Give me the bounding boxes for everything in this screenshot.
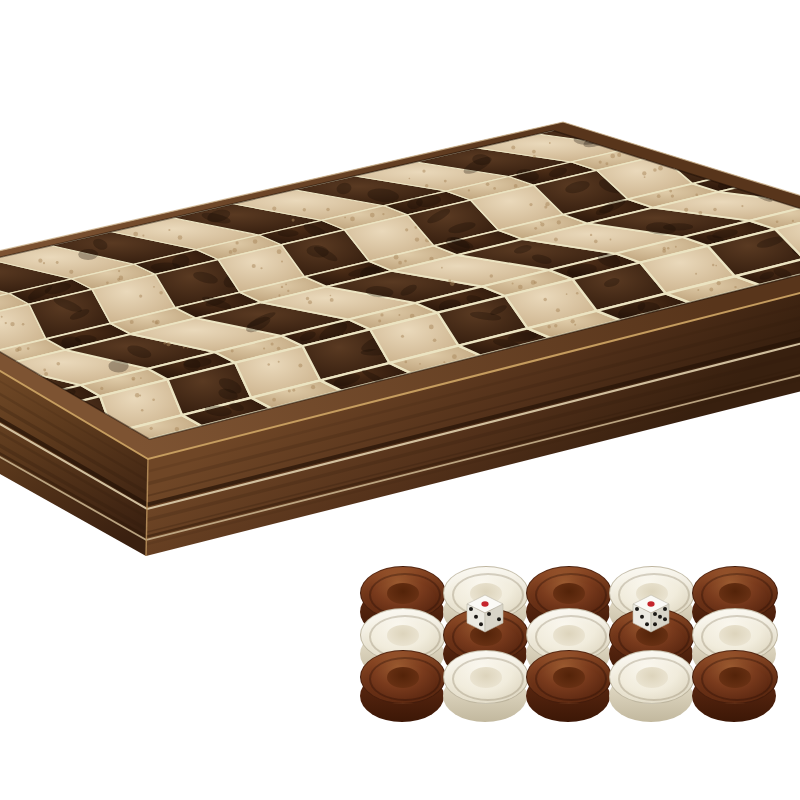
burl-speckle	[133, 232, 138, 237]
inlay-tile-light	[723, 126, 800, 168]
burl-speckle	[425, 184, 428, 187]
checker-center-dimple	[387, 667, 419, 688]
burl-swirl	[668, 135, 698, 144]
burl-speckle	[159, 291, 163, 295]
die-top-pip-red	[481, 601, 488, 607]
burl-speckle	[684, 208, 688, 212]
burl-speckle	[667, 247, 669, 249]
burl-speckle	[404, 260, 407, 263]
burl-speckle	[401, 335, 404, 338]
burl-speckle	[610, 239, 612, 241]
checker-white	[443, 650, 527, 722]
burl-speckle	[175, 427, 179, 431]
burl-speckle	[785, 137, 788, 140]
burl-speckle	[419, 363, 421, 365]
die-pip	[640, 615, 644, 619]
burl-speckle	[493, 187, 496, 190]
tray-cell	[443, 650, 526, 692]
burl-speckle	[717, 281, 721, 285]
burl-speckle	[468, 189, 470, 191]
burl-speckle	[788, 161, 791, 164]
burl-speckle	[69, 270, 73, 274]
burl-speckle	[741, 205, 743, 207]
burl-speckle	[267, 363, 270, 366]
burl-speckle	[514, 184, 518, 188]
burl-speckle	[571, 319, 575, 323]
burl-speckle	[761, 122, 765, 126]
burl-speckle	[658, 166, 663, 171]
burl-speckle	[533, 155, 536, 158]
tray-cell	[526, 566, 609, 608]
burl-speckle	[378, 320, 381, 323]
burl-speckle	[281, 286, 283, 288]
burl-speckle	[271, 342, 274, 345]
die-pip	[653, 622, 657, 626]
burl-speckle	[622, 120, 624, 122]
burl-speckle	[233, 248, 237, 252]
burl-speckle	[278, 294, 280, 296]
burl-speckle	[605, 162, 608, 165]
burl-speckle	[780, 138, 783, 141]
burl-speckle	[554, 324, 557, 327]
burl-speckle	[433, 339, 437, 343]
burl-speckle	[56, 261, 59, 264]
die-pip	[653, 612, 657, 616]
burl-speckle	[141, 409, 144, 412]
burl-speckle	[117, 278, 120, 281]
burl-speckle	[142, 235, 144, 237]
burl-speckle	[344, 217, 346, 219]
burl-speckle	[292, 389, 295, 392]
burl-speckle	[135, 393, 140, 398]
burl-speckle	[306, 297, 309, 300]
burl-speckle	[154, 321, 157, 324]
die-2	[632, 593, 670, 637]
burl-speckle	[657, 194, 661, 198]
checker-face	[526, 650, 612, 704]
tray-cell	[360, 608, 443, 650]
die-pip	[663, 617, 667, 621]
burl-speckle	[532, 150, 536, 154]
burl-speckle	[43, 262, 45, 264]
burl-speckle	[394, 255, 399, 260]
burl-speckle	[617, 153, 621, 157]
checker-brown	[692, 650, 776, 722]
inlay-tile-light	[784, 160, 800, 188]
burl-speckle	[671, 194, 674, 197]
burl-speckle	[229, 250, 233, 254]
burl-speckle	[490, 274, 494, 278]
burl-speckle	[735, 134, 737, 136]
tray-cell	[692, 566, 775, 608]
burl-speckle	[790, 163, 793, 166]
burl-speckle	[642, 171, 646, 175]
tray-cell	[692, 608, 775, 650]
die-pip	[469, 607, 473, 611]
burl-speckle	[669, 190, 672, 193]
burl-speckle	[298, 364, 302, 368]
burl-speckle	[787, 149, 790, 152]
burl-speckle	[534, 227, 537, 230]
checker-center-dimple	[387, 625, 419, 646]
checker-center-dimple	[553, 667, 585, 688]
burl-speckle	[675, 246, 677, 248]
die-pip	[658, 615, 662, 619]
burl-speckle	[599, 161, 602, 164]
burl-speckle	[380, 313, 383, 316]
checker-face	[609, 650, 695, 704]
burl-speckle	[38, 259, 42, 263]
burl-speckle	[186, 347, 188, 349]
burl-speckle	[330, 298, 334, 302]
burl-speckle	[131, 377, 135, 381]
burl-speckle	[678, 126, 681, 129]
burl-speckle	[698, 211, 702, 215]
burl-speckle	[350, 217, 355, 222]
product-photo-scene	[0, 0, 800, 800]
burl-speckle	[757, 124, 759, 126]
burl-speckle	[566, 293, 568, 295]
burl-speckle	[543, 298, 547, 302]
tray-cell	[526, 608, 609, 650]
burl-speckle	[56, 362, 60, 366]
burl-speckle	[712, 264, 714, 266]
inlay-tile-light	[599, 106, 759, 133]
burl-speckle	[590, 234, 592, 236]
die-pip	[487, 612, 491, 616]
burl-speckle	[168, 229, 170, 231]
burl-speckle	[281, 260, 283, 262]
checker-face	[692, 650, 778, 704]
burl-speckle	[441, 267, 443, 269]
burl-speckle	[277, 249, 282, 254]
inlay-tile-light	[696, 118, 786, 140]
checker-center-dimple	[553, 625, 585, 646]
burl-speckle	[695, 273, 697, 275]
die-pip	[663, 607, 667, 611]
checker-white	[609, 650, 693, 722]
burl-speckle	[574, 324, 576, 326]
burl-speckle	[326, 208, 330, 212]
burl-speckle	[786, 153, 788, 155]
burl-speckle	[272, 398, 276, 402]
checker-center-dimple	[636, 667, 668, 688]
burl-speckle	[697, 289, 699, 291]
burl-speckle	[669, 114, 673, 118]
burl-speckle	[443, 361, 445, 363]
burl-speckle	[252, 264, 256, 268]
burl-speckle	[382, 213, 384, 215]
burl-speckle	[303, 208, 306, 211]
burl-speckle	[398, 314, 400, 316]
burl-speckle	[653, 168, 657, 172]
burl-speckle	[22, 323, 25, 326]
burl-speckle	[231, 350, 234, 353]
burl-speckle	[486, 182, 490, 186]
burl-speckle	[308, 300, 312, 304]
checker-brown	[360, 650, 444, 722]
burl-speckle	[644, 126, 648, 130]
burl-speckle	[152, 398, 155, 401]
burl-speckle	[529, 203, 532, 206]
burl-speckle	[776, 220, 779, 223]
burl-speckle	[287, 290, 289, 292]
burl-speckle	[511, 145, 515, 149]
burl-speckle	[263, 347, 265, 349]
burl-speckle	[278, 361, 280, 363]
checker-center-dimple	[719, 625, 751, 646]
burl-speckle	[277, 347, 281, 351]
burl-speckle	[288, 389, 291, 392]
die-top-pip-red	[647, 601, 654, 607]
burl-speckle	[450, 281, 455, 286]
burl-swirl	[278, 230, 299, 237]
tray-cell	[360, 566, 443, 608]
checker-center-dimple	[719, 583, 751, 604]
inlay-tile-light	[757, 153, 800, 177]
burl-speckle	[792, 220, 794, 222]
burl-speckle	[140, 377, 142, 379]
checker-center-dimple	[470, 667, 502, 688]
burl-speckle	[163, 342, 166, 345]
burl-speckle	[272, 207, 276, 211]
burl-speckle	[554, 238, 558, 242]
burl-speckle	[540, 222, 544, 226]
burl-speckle	[709, 288, 713, 292]
tray-cell	[526, 650, 609, 692]
burl-speckle	[547, 325, 550, 328]
checker-tray	[360, 566, 775, 692]
burl-speckle	[422, 169, 425, 172]
burl-speckle	[717, 130, 720, 133]
burl-speckle	[518, 285, 523, 290]
burl-speckle	[10, 322, 14, 326]
burl-speckle	[311, 385, 315, 389]
burl-speckle	[398, 261, 402, 265]
burl-speckle	[549, 142, 551, 144]
burl-speckle	[715, 265, 717, 267]
burl-speckle	[444, 180, 447, 183]
burl-speckle	[100, 387, 103, 390]
die-pip	[479, 622, 483, 626]
die-pip	[497, 617, 501, 621]
burl-speckle	[534, 281, 537, 284]
burl-speckle	[713, 208, 717, 212]
burl-speckle	[610, 154, 615, 159]
burl-speckle	[130, 320, 134, 324]
burl-swirl	[716, 155, 743, 166]
burl-speckle	[253, 239, 258, 244]
burl-speckle	[405, 361, 408, 364]
burl-speckle	[139, 295, 142, 298]
burl-speckle	[695, 194, 697, 196]
burl-speckle	[662, 249, 666, 253]
burl-speckle	[236, 241, 239, 244]
burl-speckle	[44, 372, 48, 376]
burl-speckle	[1, 316, 3, 318]
burl-speckle	[118, 270, 120, 272]
burl-speckle	[370, 213, 375, 218]
burl-speckle	[285, 283, 287, 285]
burl-speckle	[260, 267, 262, 269]
checker-face	[360, 650, 446, 704]
burl-speckle	[150, 427, 153, 430]
tray-cell	[692, 650, 775, 692]
tray-cell	[609, 650, 692, 692]
burl-speckle	[557, 220, 561, 224]
burl-speckle	[576, 292, 578, 294]
die-1	[466, 593, 504, 637]
burl-speckle	[183, 347, 185, 349]
die-pip	[474, 615, 478, 619]
checker-face	[443, 650, 529, 704]
checker-center-dimple	[387, 583, 419, 604]
burl-speckle	[106, 281, 109, 284]
burl-speckle	[166, 342, 170, 346]
burl-speckle	[292, 219, 295, 222]
tray-cell	[360, 650, 443, 692]
burl-speckle	[405, 228, 408, 231]
burl-speckle	[152, 320, 154, 322]
burl-speckle	[178, 235, 183, 240]
burl-speckle	[153, 286, 155, 288]
burl-speckle	[27, 347, 30, 350]
burl-speckle	[644, 176, 646, 178]
burl-swirl	[720, 150, 745, 165]
burl-speckle	[545, 202, 549, 206]
burl-speckle	[17, 347, 21, 351]
checker-brown	[526, 650, 610, 722]
burl-speckle	[5, 322, 7, 324]
burl-speckle	[330, 295, 332, 297]
burl-speckle	[734, 286, 736, 288]
burl-speckle	[594, 240, 598, 244]
burl-speckle	[556, 308, 560, 312]
checker-center-dimple	[719, 667, 751, 688]
burl-speckle	[512, 283, 514, 285]
burl-speckle	[452, 354, 457, 359]
burl-speckle	[43, 369, 46, 372]
checker-center-dimple	[553, 583, 585, 604]
burl-speckle	[429, 325, 434, 330]
burl-speckle	[409, 178, 411, 180]
burl-speckle	[415, 237, 419, 241]
die-pip	[635, 607, 639, 611]
die-pip	[645, 622, 649, 626]
